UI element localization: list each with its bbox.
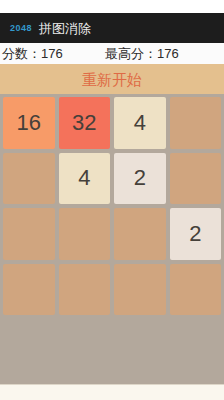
cell-empty xyxy=(114,208,166,260)
app-icon-2048: 2048 xyxy=(10,24,32,33)
title-bar: 2048 拼图消除 xyxy=(0,13,224,43)
tile-32: 32 xyxy=(59,97,111,149)
score-current: 分数：176 xyxy=(0,45,63,63)
board-area: 16324422 xyxy=(0,94,224,384)
cell-empty xyxy=(170,153,222,205)
cell-empty xyxy=(170,97,222,149)
bottom-strip xyxy=(0,384,224,400)
game-header: 重新开始 xyxy=(0,64,224,94)
tile-16: 16 xyxy=(3,97,55,149)
app-screen: 2048 拼图消除 分数：176 最高分：176 重新开始 16324422 xyxy=(0,0,224,400)
game-board-grid[interactable]: 16324422 xyxy=(0,94,224,318)
status-bar xyxy=(0,0,224,13)
app-title: 拼图消除 xyxy=(39,22,91,35)
scoreboard: 分数：176 最高分：176 xyxy=(0,43,224,64)
cell-empty xyxy=(3,264,55,316)
cell-empty xyxy=(114,264,166,316)
cell-empty xyxy=(59,264,111,316)
cell-empty xyxy=(59,208,111,260)
tile-2: 2 xyxy=(170,208,222,260)
tile-2: 2 xyxy=(114,153,166,205)
cell-empty xyxy=(3,153,55,205)
tile-4: 4 xyxy=(59,153,111,205)
cell-empty xyxy=(3,208,55,260)
restart-button[interactable]: 重新开始 xyxy=(82,72,142,87)
cell-empty xyxy=(170,264,222,316)
tile-4: 4 xyxy=(114,97,166,149)
score-best: 最高分：176 xyxy=(105,45,179,63)
